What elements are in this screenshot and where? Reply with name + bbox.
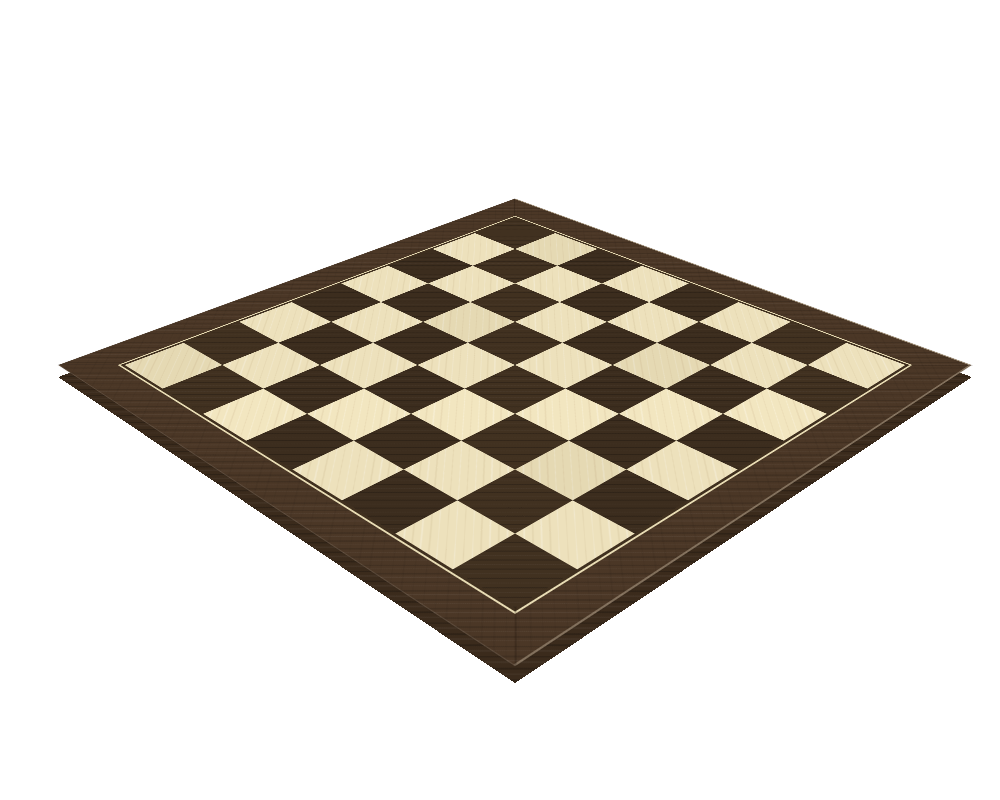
board-playing-field [125, 218, 906, 608]
chessboard-3d-view [192, 42, 838, 688]
product-photo-background [0, 0, 1000, 800]
chessboard [58, 199, 972, 667]
frame-mitre-joint [515, 608, 516, 667]
frame-mitre-joint [514, 199, 515, 219]
stringing-inlay-line [118, 216, 913, 614]
